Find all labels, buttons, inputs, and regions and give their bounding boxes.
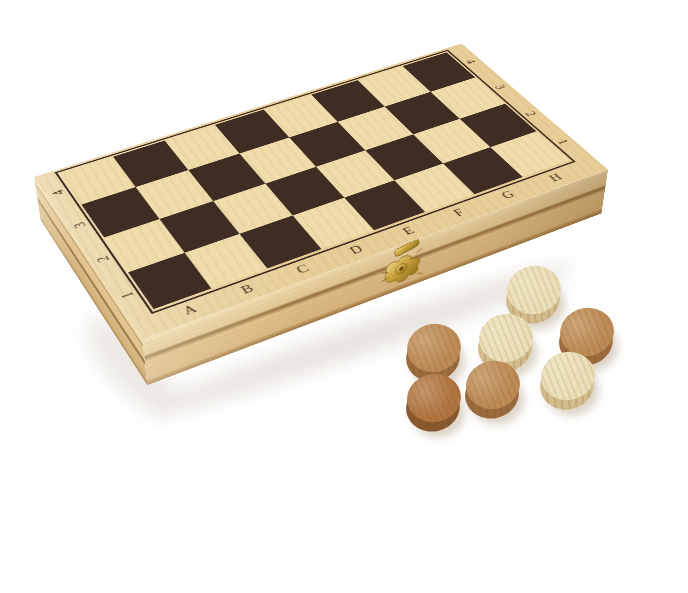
checker-top-face	[475, 309, 538, 367]
checker-side-rim	[402, 328, 465, 386]
checker-piece-brown	[462, 356, 525, 414]
checker-piece-light	[537, 347, 600, 405]
checker-piece-dark-brown	[403, 369, 466, 427]
checker-top-face	[403, 369, 466, 427]
checker-piece-light	[475, 309, 538, 367]
checker-top-face	[556, 303, 619, 361]
checker-side-rim	[461, 365, 524, 423]
checker-side-rim	[536, 356, 599, 414]
rank-label-right-2: 2	[502, 101, 559, 127]
rank-label-right-4: 4	[443, 50, 498, 74]
checker-side-rim	[474, 318, 537, 376]
rank-label-right-3: 3	[471, 75, 527, 100]
rank-label-right-1: 1	[533, 129, 591, 156]
checker-top-face	[537, 347, 600, 405]
checker-piece-brown	[556, 303, 619, 361]
checker-top-face	[462, 356, 525, 414]
product-photo-stage: ABCDEFGH 4321 4321	[0, 0, 688, 593]
checker-side-rim	[402, 378, 465, 436]
checker-side-rim	[555, 312, 618, 370]
